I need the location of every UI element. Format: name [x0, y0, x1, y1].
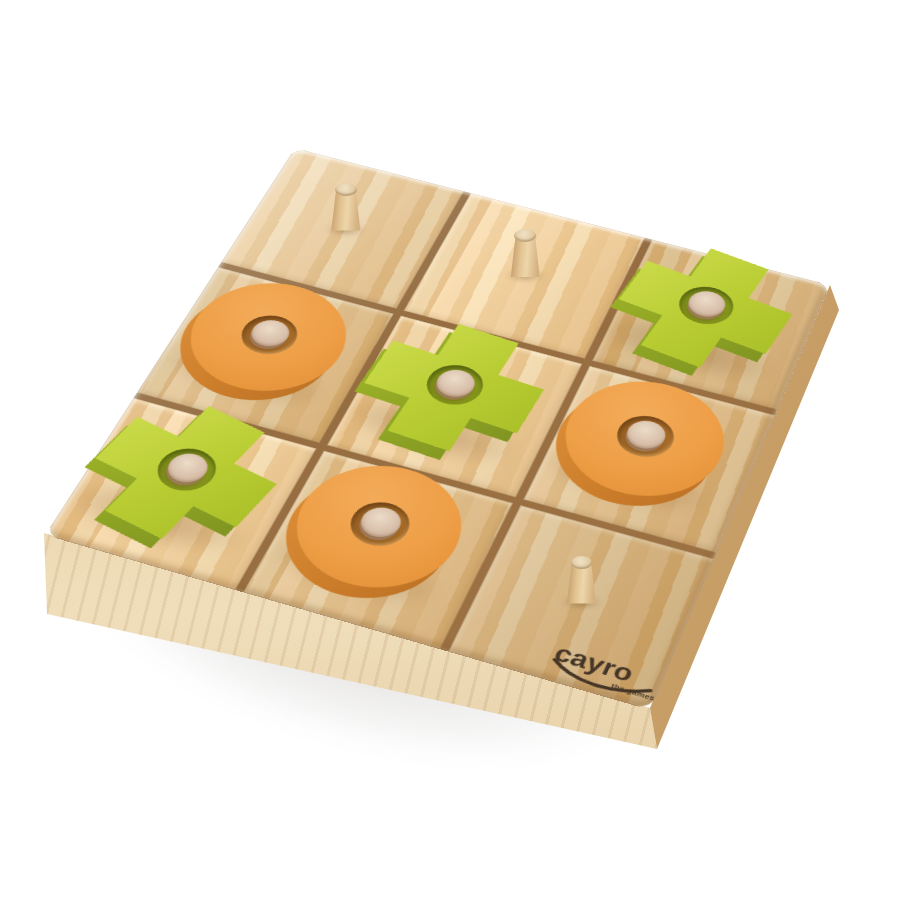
empty-cell-peg-r2c2[interactable]: [566, 556, 597, 604]
empty-cell-peg-r0c1[interactable]: [510, 229, 541, 277]
peg-top: [571, 556, 593, 569]
empty-cell-peg-r0c0[interactable]: [330, 183, 361, 231]
peg-layer: [0, 0, 903, 903]
peg-top: [335, 183, 357, 196]
product-photo-stage: cayro the games: [0, 0, 903, 903]
